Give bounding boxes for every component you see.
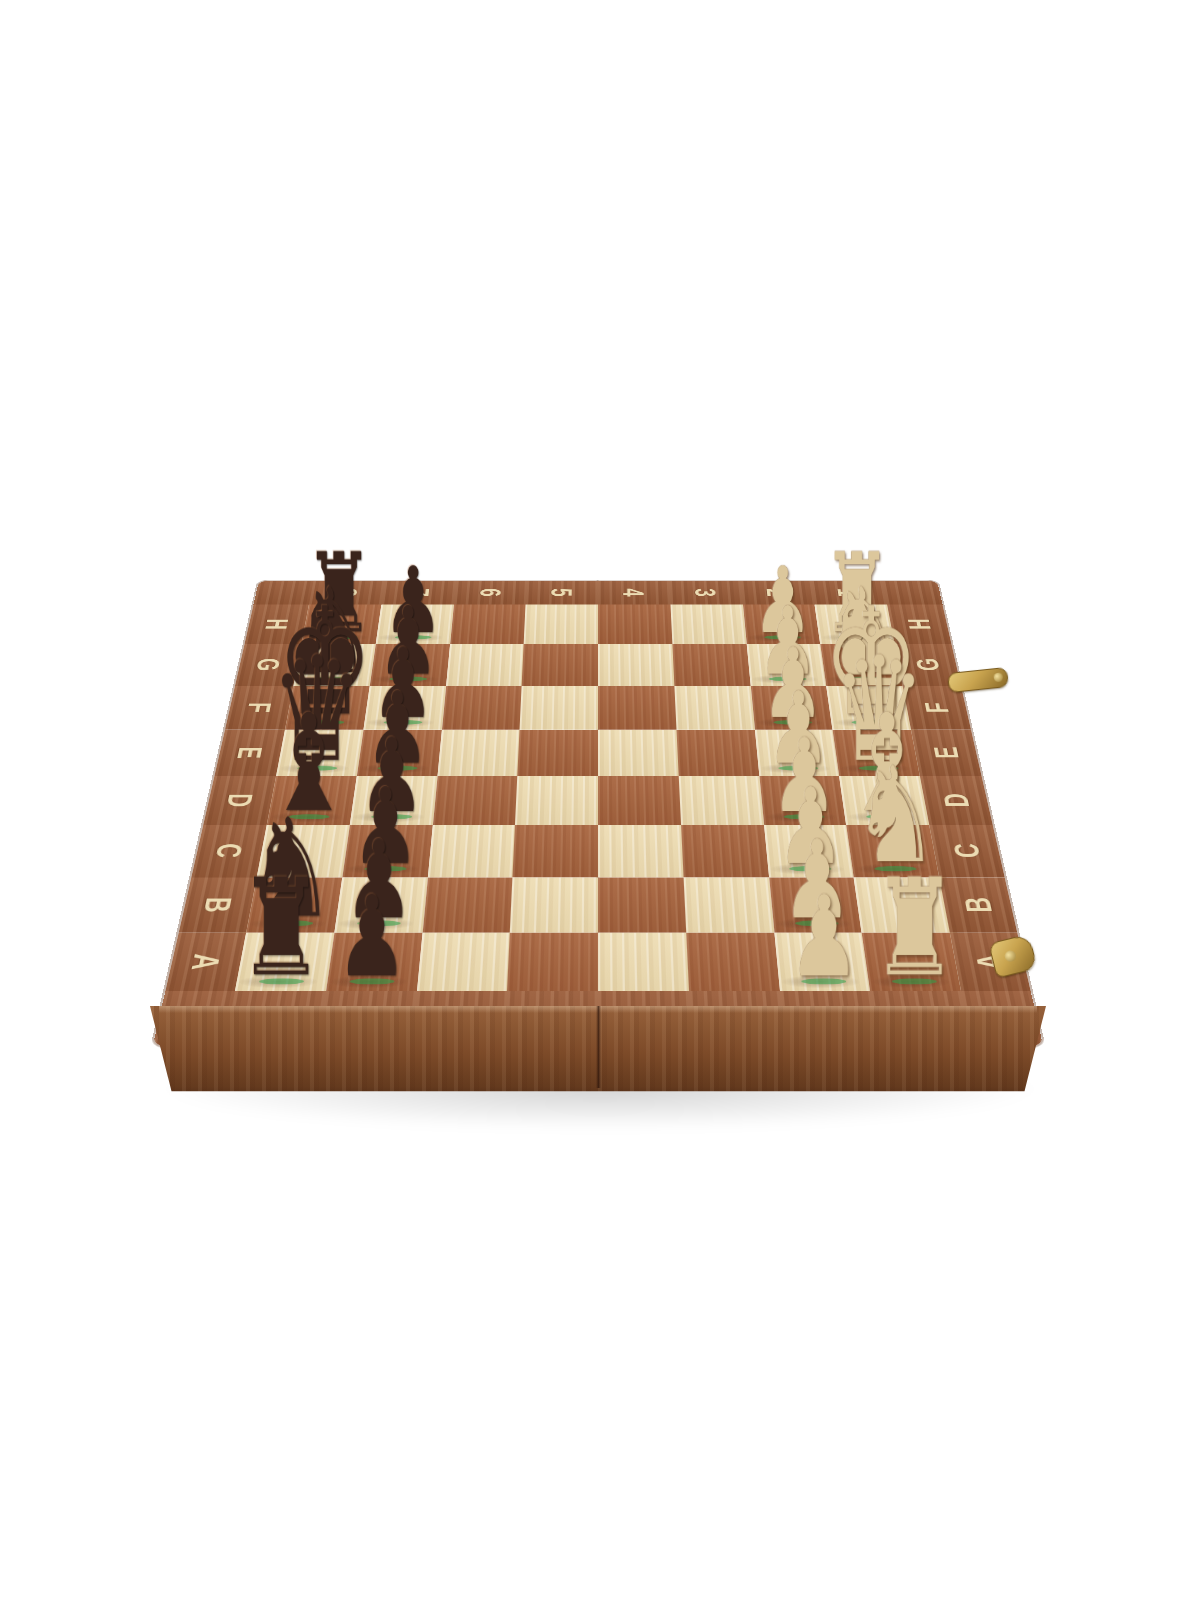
white-pawn-a2[interactable]: ♟ <box>788 891 860 983</box>
square-f4[interactable] <box>598 686 676 730</box>
square-b3[interactable] <box>683 877 774 932</box>
square-h4[interactable] <box>598 605 672 645</box>
square-a2[interactable]: ♟ <box>774 933 870 992</box>
board-grid: 87654321H♜♟♟♜HG♞♟♟♞GF♚♟♟♚FE♛♟♟♛ED♝♟♟♝DC♟… <box>153 581 1044 1047</box>
square-e6[interactable] <box>437 730 520 776</box>
square-a5[interactable] <box>507 933 598 992</box>
square-h6[interactable] <box>450 605 526 645</box>
square-c5[interactable] <box>513 825 598 877</box>
black-pawn-a7[interactable]: ♟ <box>336 891 408 983</box>
square-g4[interactable] <box>598 644 674 686</box>
fold-seam-edge <box>596 1006 601 1088</box>
far-rank-label-6: 6 <box>453 581 526 605</box>
far-rank-label-5: 5 <box>526 581 598 605</box>
far-rank-label-3: 3 <box>669 581 742 605</box>
black-rook-a8[interactable]: ♜ <box>238 873 325 983</box>
square-f3[interactable] <box>674 686 754 730</box>
chessboard-scene: 87654321H♜♟♟♜HG♞♟♟♞GF♚♟♟♚FE♛♟♟♛ED♝♟♟♝DC♟… <box>153 581 1044 1047</box>
square-e4[interactable] <box>598 730 678 776</box>
square-a8[interactable]: ♜ <box>235 933 334 992</box>
square-a7[interactable]: ♟ <box>326 933 422 992</box>
square-e3[interactable] <box>676 730 759 776</box>
left-file-label-A: A <box>165 933 246 992</box>
square-f6[interactable] <box>442 686 522 730</box>
square-b5[interactable] <box>510 877 598 932</box>
square-f5[interactable] <box>520 686 598 730</box>
square-c6[interactable] <box>427 825 515 877</box>
square-a3[interactable] <box>686 933 780 992</box>
square-a1[interactable]: ♜ <box>862 933 961 992</box>
square-d4[interactable] <box>598 776 681 825</box>
square-d5[interactable] <box>515 776 598 825</box>
square-a6[interactable] <box>416 933 510 992</box>
product-photo-white-background: { "game": "chess", "board": { "left_labe… <box>0 0 1200 1600</box>
far-rank-label-4: 4 <box>598 581 670 605</box>
square-g3[interactable] <box>672 644 750 686</box>
square-g5[interactable] <box>522 644 598 686</box>
square-a4[interactable] <box>598 933 689 992</box>
square-h3[interactable] <box>670 605 746 645</box>
square-c4[interactable] <box>598 825 683 877</box>
square-e5[interactable] <box>518 730 598 776</box>
square-b6[interactable] <box>422 877 513 932</box>
square-h5[interactable] <box>524 605 598 645</box>
white-rook-a1[interactable]: ♜ <box>871 873 958 983</box>
square-g6[interactable] <box>446 644 524 686</box>
square-d6[interactable] <box>432 776 517 825</box>
square-b4[interactable] <box>598 877 686 932</box>
square-c3[interactable] <box>681 825 769 877</box>
square-d3[interactable] <box>678 776 763 825</box>
board-front-edge <box>150 1006 1046 1094</box>
